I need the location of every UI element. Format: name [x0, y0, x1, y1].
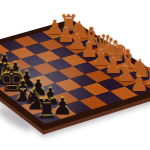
- board-3d-view: [0, 0, 150, 150]
- chess-set-photo: ♜♞♝♛♚♝♞♜♟♟♟♟♟♟♟♟♟♟♟♟♟♟♟♟♜♞♝♛♚♝♞♜: [0, 0, 150, 150]
